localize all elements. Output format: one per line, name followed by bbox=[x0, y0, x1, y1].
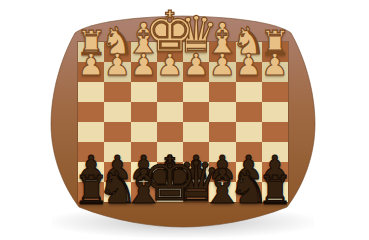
square-c5[interactable] bbox=[209, 122, 235, 142]
square-e3[interactable] bbox=[157, 82, 183, 102]
square-f4[interactable] bbox=[131, 102, 157, 122]
square-c4[interactable] bbox=[209, 102, 235, 122]
piece-white-pawn-a2[interactable]: ♟ bbox=[261, 50, 288, 80]
square-h3[interactable] bbox=[78, 82, 104, 102]
piece-white-pawn-e2[interactable]: ♟ bbox=[156, 50, 183, 80]
square-d5[interactable] bbox=[183, 122, 209, 142]
piece-black-rook-h8[interactable]: ♜ bbox=[73, 170, 109, 210]
square-d4[interactable] bbox=[183, 102, 209, 122]
square-a5[interactable] bbox=[262, 122, 288, 142]
square-f3[interactable] bbox=[131, 82, 157, 102]
square-c3[interactable] bbox=[209, 82, 235, 102]
square-b4[interactable] bbox=[236, 102, 262, 122]
square-g3[interactable] bbox=[104, 82, 130, 102]
square-h4[interactable] bbox=[78, 102, 104, 122]
piece-white-pawn-d2[interactable]: ♟ bbox=[183, 50, 210, 80]
board-photo: ♜♞♝♛♚♝♞♜♟♟♟♟♟♟♟♟♟♟♟♟♟♟♟♟♜♞♝♛♚♝♞♜ bbox=[0, 0, 369, 240]
square-b5[interactable] bbox=[236, 122, 262, 142]
piece-white-pawn-f2[interactable]: ♟ bbox=[130, 50, 157, 80]
square-e4[interactable] bbox=[157, 102, 183, 122]
square-g5[interactable] bbox=[104, 122, 130, 142]
square-g4[interactable] bbox=[104, 102, 130, 122]
piece-white-pawn-g2[interactable]: ♟ bbox=[104, 50, 131, 80]
square-d3[interactable] bbox=[183, 82, 209, 102]
piece-white-pawn-b2[interactable]: ♟ bbox=[235, 50, 262, 80]
square-f5[interactable] bbox=[131, 122, 157, 142]
square-b3[interactable] bbox=[236, 82, 262, 102]
square-e5[interactable] bbox=[157, 122, 183, 142]
piece-white-pawn-c2[interactable]: ♟ bbox=[209, 50, 236, 80]
square-h5[interactable] bbox=[78, 122, 104, 142]
square-a3[interactable] bbox=[262, 82, 288, 102]
square-a4[interactable] bbox=[262, 102, 288, 122]
piece-white-pawn-h2[interactable]: ♟ bbox=[78, 50, 105, 80]
